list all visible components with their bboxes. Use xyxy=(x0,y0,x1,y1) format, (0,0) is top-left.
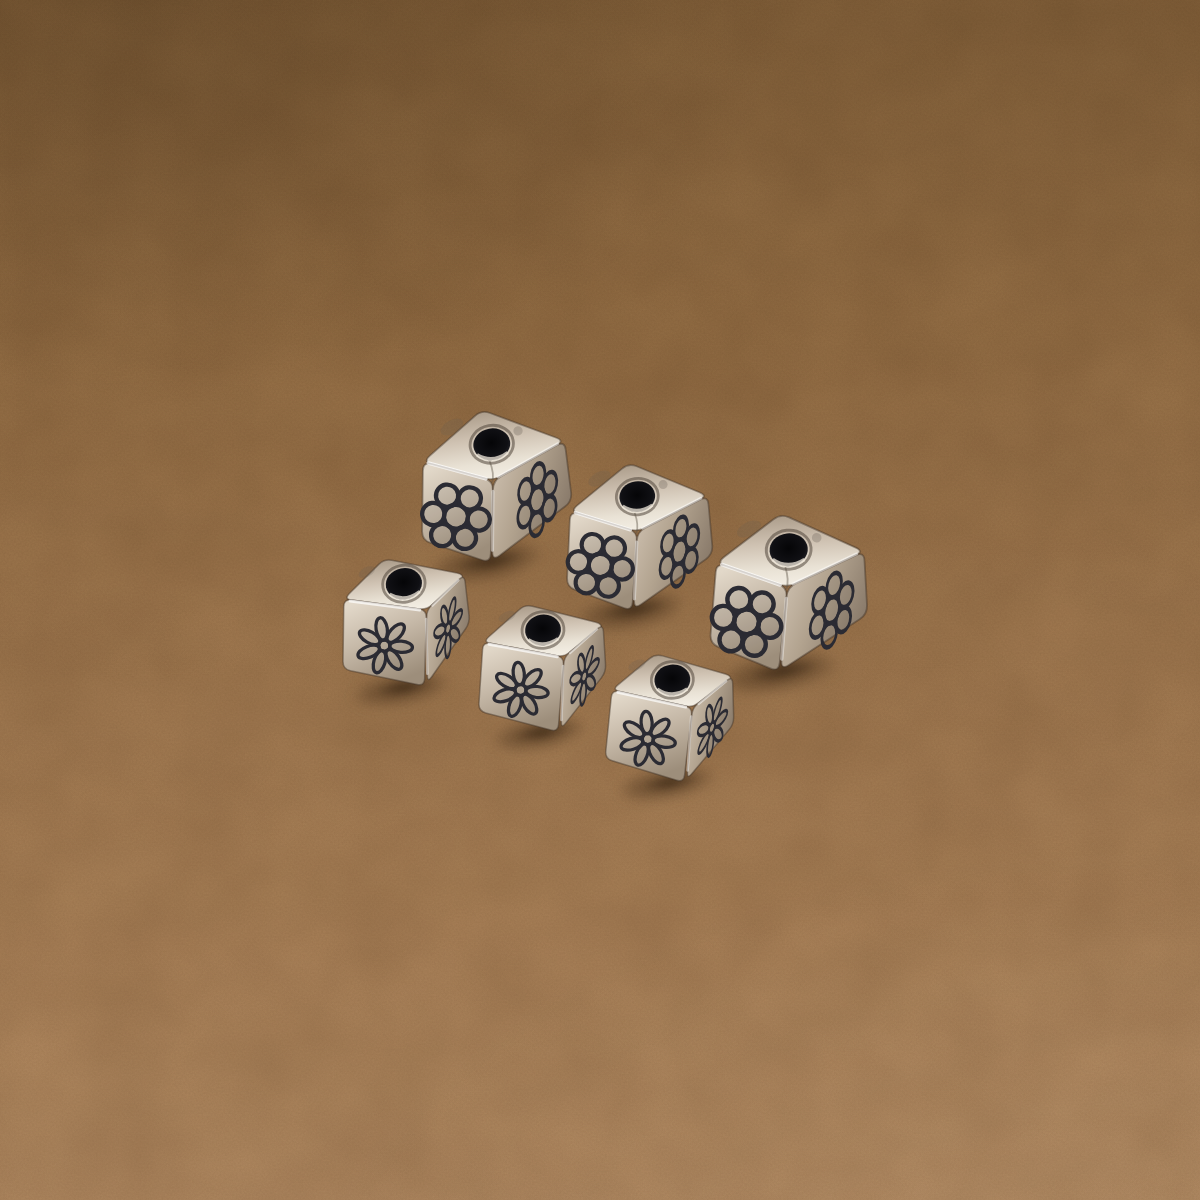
bead-small-1 xyxy=(329,543,489,703)
product-photo-scene xyxy=(0,0,1200,1200)
bead-small-3 xyxy=(596,641,751,796)
beads-layer xyxy=(0,0,1200,1200)
